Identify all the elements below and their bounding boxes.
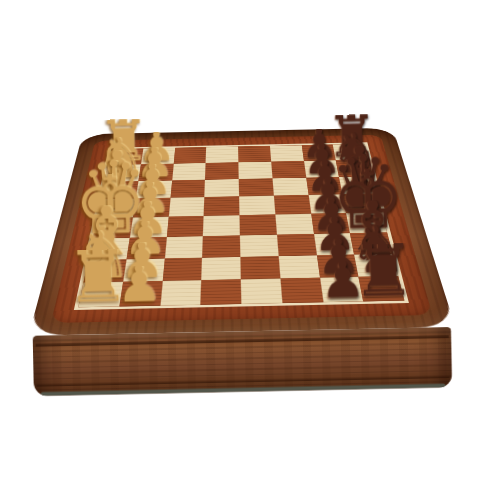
- square-c3[interactable]: [170, 180, 205, 198]
- chess-box: ♜♟♟♜♞♟♟♞♝♟♟♝♛♟♟♛♚♟♟♚♝♟♟♝♞♟♟♞♜♟♟♜: [0, 0, 480, 480]
- square-a4[interactable]: [206, 146, 239, 162]
- square-g3[interactable]: [162, 257, 202, 281]
- square-f3[interactable]: [164, 236, 203, 258]
- square-b3[interactable]: [172, 163, 206, 180]
- product-photo-stage: ♜♟♟♜♞♟♟♞♝♟♟♝♛♟♟♛♚♟♟♚♝♟♟♝♞♟♟♞♜♟♟♜: [0, 0, 480, 480]
- chess-board: ♜♟♟♜♞♟♟♞♝♟♟♝♛♟♟♛♚♟♟♚♝♟♟♝♞♟♟♞♜♟♟♜: [74, 142, 409, 310]
- square-d4[interactable]: [204, 197, 240, 217]
- square-a5[interactable]: [238, 146, 271, 162]
- square-f6[interactable]: [277, 234, 317, 256]
- square-g6[interactable]: [278, 255, 319, 279]
- square-e3[interactable]: [166, 216, 204, 237]
- square-g5[interactable]: [240, 256, 280, 280]
- square-b5[interactable]: [238, 162, 272, 179]
- board-3d-scene: ♜♟♟♜♞♟♟♞♝♟♟♝♛♟♟♛♚♟♟♚♝♟♟♝♞♟♟♞♜♟♟♜: [29, 128, 456, 336]
- square-b6[interactable]: [271, 161, 306, 178]
- board-frame: ♜♟♟♜♞♟♟♞♝♟♟♝♛♟♟♛♚♟♟♚♝♟♟♝♞♟♟♞♜♟♟♜: [51, 135, 433, 323]
- square-h6[interactable]: [280, 278, 323, 303]
- white-pawn[interactable]: ♟: [116, 265, 162, 305]
- square-e5[interactable]: [239, 215, 276, 236]
- square-h2[interactable]: ♟: [119, 281, 162, 306]
- black-pawn[interactable]: ♟: [320, 261, 366, 301]
- front-groove-top: [36, 335, 449, 346]
- square-c4[interactable]: [205, 179, 240, 197]
- square-e4[interactable]: [203, 215, 240, 236]
- square-b4[interactable]: [205, 162, 239, 179]
- square-f5[interactable]: [240, 235, 278, 257]
- square-a6[interactable]: [270, 145, 304, 161]
- box-top-face: ♜♟♟♜♞♟♟♞♝♟♟♝♛♟♟♛♚♟♟♚♝♟♟♝♞♟♟♞♜♟♟♜: [29, 128, 456, 336]
- square-f4[interactable]: [202, 235, 240, 257]
- square-c5[interactable]: [239, 178, 274, 196]
- square-d6[interactable]: [274, 195, 311, 214]
- square-e6[interactable]: [275, 214, 313, 235]
- square-h3[interactable]: [160, 280, 202, 305]
- square-d3[interactable]: [168, 197, 204, 217]
- square-d5[interactable]: [239, 196, 275, 216]
- square-h5[interactable]: [241, 279, 282, 304]
- box-front-face: [33, 327, 453, 396]
- square-h4[interactable]: [201, 279, 242, 304]
- square-g4[interactable]: [201, 257, 240, 281]
- square-h7[interactable]: ♟: [319, 277, 363, 302]
- square-c6[interactable]: [272, 177, 308, 195]
- square-a3[interactable]: [173, 147, 206, 163]
